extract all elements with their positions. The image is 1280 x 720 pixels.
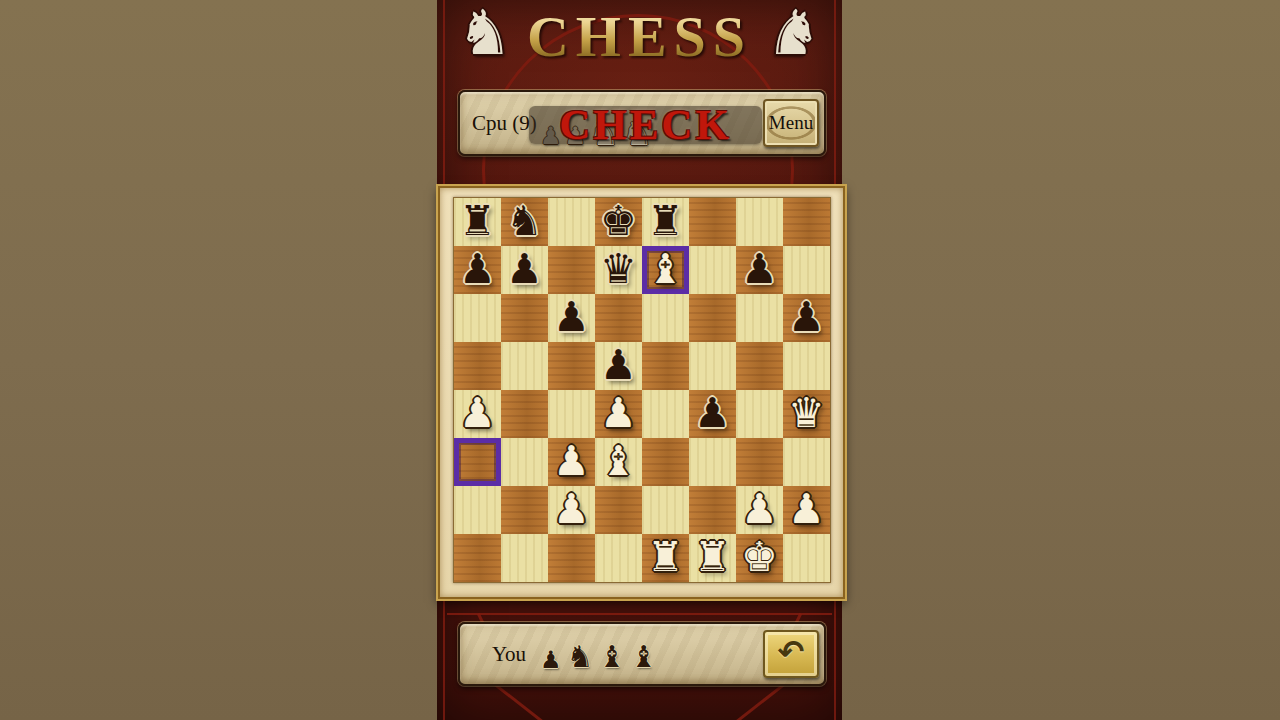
- captured-black-pawn-icon: ♟: [540, 648, 562, 672]
- square-a2[interactable]: [454, 486, 501, 534]
- page-background: ♞ CHESS ♞ Cpu (9) ♟♟♞♞ CHECK Menu ♜♞♚♜♟♟…: [0, 0, 1280, 720]
- square-h6[interactable]: ♟: [783, 294, 830, 342]
- square-d4[interactable]: ♟: [595, 390, 642, 438]
- square-c4[interactable]: [548, 390, 595, 438]
- you-player-label: You: [492, 624, 526, 684]
- black-pawn-f4: ♟: [694, 393, 731, 434]
- white-pawn-a4: ♟: [459, 393, 496, 434]
- undo-arrow-icon: ↶: [778, 636, 805, 668]
- square-e7[interactable]: ♝: [642, 246, 689, 294]
- white-pawn-c3: ♟: [553, 441, 590, 482]
- square-g1[interactable]: ♚: [736, 534, 783, 582]
- check-banner: CHECK: [529, 106, 762, 144]
- square-e4[interactable]: [642, 390, 689, 438]
- square-a4[interactable]: ♟: [454, 390, 501, 438]
- captured-black-bishop-icon: ♝: [630, 642, 657, 672]
- square-e2[interactable]: [642, 486, 689, 534]
- black-king-d8: ♚: [600, 201, 637, 242]
- chess-app: ♞ CHESS ♞ Cpu (9) ♟♟♞♞ CHECK Menu ♜♞♚♜♟♟…: [437, 0, 842, 720]
- square-h8[interactable]: [783, 198, 830, 246]
- black-queen-d7: ♛: [600, 249, 637, 290]
- square-h2[interactable]: ♟: [783, 486, 830, 534]
- square-h5[interactable]: [783, 342, 830, 390]
- square-a5[interactable]: [454, 342, 501, 390]
- black-pawn-h6: ♟: [788, 297, 825, 338]
- white-king-g1: ♚: [741, 537, 778, 578]
- black-rook-e8: ♜: [647, 201, 684, 242]
- square-e1[interactable]: ♜: [642, 534, 689, 582]
- square-f1[interactable]: ♜: [689, 534, 736, 582]
- square-d8[interactable]: ♚: [595, 198, 642, 246]
- square-g3[interactable]: [736, 438, 783, 486]
- square-b3[interactable]: [501, 438, 548, 486]
- square-f3[interactable]: [689, 438, 736, 486]
- square-e5[interactable]: [642, 342, 689, 390]
- square-c8[interactable]: [548, 198, 595, 246]
- square-f8[interactable]: [689, 198, 736, 246]
- square-c3[interactable]: ♟: [548, 438, 595, 486]
- square-b8[interactable]: ♞: [501, 198, 548, 246]
- white-bishop-e7: ♝: [647, 249, 684, 290]
- white-pawn-g2: ♟: [741, 489, 778, 530]
- square-g6[interactable]: [736, 294, 783, 342]
- white-pawn-h2: ♟: [788, 489, 825, 530]
- square-f6[interactable]: [689, 294, 736, 342]
- square-a7[interactable]: ♟: [454, 246, 501, 294]
- you-status-bar: You ♟♞♝♝ ↶: [458, 622, 826, 686]
- square-g5[interactable]: [736, 342, 783, 390]
- square-f2[interactable]: [689, 486, 736, 534]
- black-pawn-g7: ♟: [741, 249, 778, 290]
- white-bishop-d3: ♝: [600, 441, 637, 482]
- square-f4[interactable]: ♟: [689, 390, 736, 438]
- cpu-player-label: Cpu (9): [472, 92, 537, 154]
- square-a8[interactable]: ♜: [454, 198, 501, 246]
- square-g8[interactable]: [736, 198, 783, 246]
- square-b1[interactable]: [501, 534, 548, 582]
- square-h3[interactable]: [783, 438, 830, 486]
- menu-button[interactable]: Menu: [763, 99, 819, 147]
- square-d7[interactable]: ♛: [595, 246, 642, 294]
- square-c2[interactable]: ♟: [548, 486, 595, 534]
- square-c7[interactable]: [548, 246, 595, 294]
- white-rook-f1: ♜: [694, 537, 731, 578]
- square-e6[interactable]: [642, 294, 689, 342]
- square-b5[interactable]: [501, 342, 548, 390]
- black-knight-b8: ♞: [506, 201, 543, 242]
- black-pawn-b7: ♟: [506, 249, 543, 290]
- board-frame: ♜♞♚♜♟♟♛♝♟♟♟♟♟♟♟♛♟♝♟♟♟♜♜♚: [438, 186, 845, 599]
- square-e3[interactable]: [642, 438, 689, 486]
- square-b7[interactable]: ♟: [501, 246, 548, 294]
- square-d3[interactable]: ♝: [595, 438, 642, 486]
- white-pawn-d4: ♟: [600, 393, 637, 434]
- knight-logo-right-icon: ♞: [766, 0, 822, 68]
- square-e8[interactable]: ♜: [642, 198, 689, 246]
- cpu-status-bar: Cpu (9) ♟♟♞♞ CHECK Menu: [458, 90, 826, 156]
- square-c1[interactable]: [548, 534, 595, 582]
- chess-board: ♜♞♚♜♟♟♛♝♟♟♟♟♟♟♟♛♟♝♟♟♟♜♜♚: [453, 197, 831, 583]
- square-d5[interactable]: ♟: [595, 342, 642, 390]
- black-pawn-a7: ♟: [459, 249, 496, 290]
- white-queen-h4: ♛: [788, 393, 825, 434]
- black-pawn-d5: ♟: [600, 345, 637, 386]
- square-c6[interactable]: ♟: [548, 294, 595, 342]
- black-rook-a8: ♜: [459, 201, 496, 242]
- square-d2[interactable]: [595, 486, 642, 534]
- check-alert-text: CHECK: [559, 106, 732, 144]
- captured-black-pieces-tray: ♟♞♝♝: [540, 642, 657, 672]
- captured-black-knight-icon: ♞: [567, 642, 594, 672]
- title-bar: ♞ CHESS ♞: [437, 0, 842, 88]
- square-g4[interactable]: [736, 390, 783, 438]
- square-g7[interactable]: ♟: [736, 246, 783, 294]
- square-d6[interactable]: [595, 294, 642, 342]
- square-b6[interactable]: [501, 294, 548, 342]
- square-h1[interactable]: [783, 534, 830, 582]
- decorative-horizontal-line: [447, 613, 832, 615]
- white-pawn-c2: ♟: [553, 489, 590, 530]
- square-d1[interactable]: [595, 534, 642, 582]
- white-rook-e1: ♜: [647, 537, 684, 578]
- square-f5[interactable]: [689, 342, 736, 390]
- square-h4[interactable]: ♛: [783, 390, 830, 438]
- square-f7[interactable]: [689, 246, 736, 294]
- undo-button[interactable]: ↶: [763, 630, 819, 678]
- captured-black-bishop-icon: ♝: [598, 642, 625, 672]
- square-h7[interactable]: [783, 246, 830, 294]
- square-g2[interactable]: ♟: [736, 486, 783, 534]
- square-a6[interactable]: [454, 294, 501, 342]
- square-a1[interactable]: [454, 534, 501, 582]
- black-pawn-c6: ♟: [553, 297, 590, 338]
- square-b2[interactable]: [501, 486, 548, 534]
- square-a3[interactable]: [454, 438, 501, 486]
- square-b4[interactable]: [501, 390, 548, 438]
- square-c5[interactable]: [548, 342, 595, 390]
